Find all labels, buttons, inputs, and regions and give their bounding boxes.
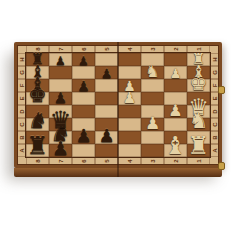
square-b5 — [95, 131, 118, 144]
square-e4 — [118, 92, 141, 105]
coord-left-H: H — [15, 55, 28, 64]
square-d4 — [118, 105, 141, 118]
square-g6 — [72, 66, 95, 79]
square-d2 — [164, 105, 187, 118]
chess-board: 8877665544332211HHGGFFEEDDCCBBAA — [14, 42, 222, 168]
coord-left-E: E — [15, 94, 28, 103]
product-photo-scene: 8877665544332211HHGGFFEEDDCCBBAA ♜♝♝♚♞♜♞… — [0, 0, 238, 238]
coord-top-5: 5 — [103, 38, 111, 61]
square-b6 — [72, 131, 95, 144]
square-c4 — [118, 118, 141, 131]
square-d8 — [26, 105, 49, 118]
square-f1 — [187, 79, 210, 92]
square-c6 — [72, 118, 95, 131]
square-g7 — [49, 66, 72, 79]
coord-right-G: G — [208, 68, 221, 77]
square-f6 — [72, 79, 95, 92]
square-d1 — [187, 105, 210, 118]
square-g3 — [141, 66, 164, 79]
square-g2 — [164, 66, 187, 79]
coord-top-7: 7 — [57, 38, 65, 61]
square-g8 — [26, 66, 49, 79]
coord-left-G: G — [15, 68, 28, 77]
square-e8 — [26, 92, 49, 105]
square-c8 — [26, 118, 49, 131]
square-c5 — [95, 118, 118, 131]
coord-top-1: 1 — [195, 38, 203, 61]
square-c2 — [164, 118, 187, 131]
brass-clasp-upper — [218, 86, 225, 94]
coord-left-B: B — [15, 133, 28, 142]
square-g5 — [95, 66, 118, 79]
coord-left-D: D — [15, 107, 28, 116]
coord-right-A: A — [208, 146, 221, 155]
square-b1 — [187, 131, 210, 144]
square-e3 — [141, 92, 164, 105]
coord-top-3: 3 — [149, 38, 157, 61]
coord-left-A: A — [15, 146, 28, 155]
square-f5 — [95, 79, 118, 92]
square-d5 — [95, 105, 118, 118]
square-d3 — [141, 105, 164, 118]
coord-top-4: 4 — [126, 38, 134, 61]
square-b8 — [26, 131, 49, 144]
square-b7 — [49, 131, 72, 144]
square-d6 — [72, 105, 95, 118]
square-e2 — [164, 92, 187, 105]
square-f4 — [118, 79, 141, 92]
square-b2 — [164, 131, 187, 144]
square-c3 — [141, 118, 164, 131]
coord-top-8: 8 — [34, 38, 42, 61]
fold-seam — [117, 42, 119, 177]
coord-right-E: E — [208, 94, 221, 103]
square-f3 — [141, 79, 164, 92]
coord-right-H: H — [208, 55, 221, 64]
square-e5 — [95, 92, 118, 105]
square-g1 — [187, 66, 210, 79]
square-f8 — [26, 79, 49, 92]
square-e6 — [72, 92, 95, 105]
square-e7 — [49, 92, 72, 105]
square-e1 — [187, 92, 210, 105]
brass-clasp-lower — [218, 162, 225, 170]
coord-right-D: D — [208, 107, 221, 116]
coord-top-2: 2 — [172, 38, 180, 61]
square-d7 — [49, 105, 72, 118]
square-b3 — [141, 131, 164, 144]
coord-right-B: B — [208, 133, 221, 142]
square-b4 — [118, 131, 141, 144]
coord-left-F: F — [15, 81, 28, 90]
square-c7 — [49, 118, 72, 131]
square-f7 — [49, 79, 72, 92]
coord-left-C: C — [15, 120, 28, 129]
coord-right-C: C — [208, 120, 221, 129]
coord-top-6: 6 — [80, 38, 88, 61]
square-f2 — [164, 79, 187, 92]
square-c1 — [187, 118, 210, 131]
square-g4 — [118, 66, 141, 79]
